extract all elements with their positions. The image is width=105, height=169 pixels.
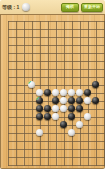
white-stone [60,97,67,104]
white-stone [36,129,43,136]
board-horizontal-line [8,141,105,142]
black-stone [68,113,75,120]
black-stone [76,105,83,112]
board-horizontal-line [8,21,105,22]
board-horizontal-line [8,53,105,54]
board-horizontal-line [8,45,105,46]
white-stone [68,129,75,136]
black-stone [84,89,91,96]
black-stone [92,97,99,104]
black-stone [92,81,99,88]
level-label: 等级 : 1 [2,4,19,10]
board-horizontal-line [8,157,105,158]
board-horizontal-line [8,165,105,166]
black-stone [60,121,67,128]
white-stone [68,89,75,96]
white-stone [28,81,35,88]
white-stone [76,89,83,96]
white-stone [76,121,83,128]
black-stone [44,113,51,120]
black-stone [68,105,75,112]
black-stone [36,105,43,112]
board-horizontal-line [8,85,105,86]
board-horizontal-line [8,61,105,62]
board-horizontal-line [8,29,105,30]
white-stone [60,105,67,112]
white-stone-icon [22,3,30,11]
black-stone [52,97,59,104]
app-screen: 等级 : 1 悔棋 重新开始 ✓✓ [0,0,105,169]
top-bar: 等级 : 1 悔棋 重新开始 [0,0,105,14]
board-horizontal-line [8,125,105,126]
board-horizontal-line [8,77,105,78]
restart-button[interactable]: 重新开始 [81,3,103,12]
black-stone [36,113,43,120]
header-buttons: 悔棋 重新开始 [61,3,103,12]
black-stone [44,105,51,112]
gomoku-board[interactable]: ✓✓ [0,14,105,169]
white-stone [84,113,91,120]
white-stone [84,97,91,104]
black-stone [68,97,75,104]
board-horizontal-line [8,69,105,70]
black-stone [76,97,83,104]
white-stone [60,89,67,96]
board-horizontal-line [8,37,105,38]
white-stone [52,89,59,96]
undo-button[interactable]: 悔棋 [61,3,79,12]
white-stone [52,105,59,112]
black-stone [36,97,43,104]
black-stone [44,89,51,96]
white-stone [36,89,43,96]
board-horizontal-line [8,133,105,134]
board-horizontal-line [8,149,105,150]
white-stone [52,113,59,120]
